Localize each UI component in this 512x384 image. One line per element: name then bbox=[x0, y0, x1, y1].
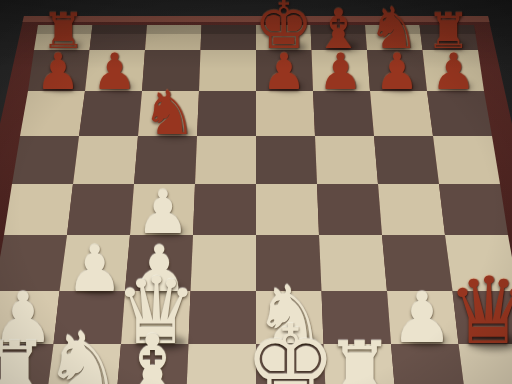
piece-white-rook-f1[interactable]: ♜ bbox=[325, 332, 394, 384]
piece-black-queen-h2[interactable]: ♛ bbox=[447, 265, 512, 357]
piece-white-king-e1[interactable]: ♚ bbox=[244, 311, 336, 384]
piece-black-knight-c6[interactable]: ♞ bbox=[142, 83, 197, 144]
piece-black-pawn-a7[interactable]: ♟ bbox=[36, 47, 81, 97]
piece-black-pawn-f7[interactable]: ♟ bbox=[318, 47, 363, 97]
piece-white-rook-a1[interactable]: ♜ bbox=[0, 332, 49, 384]
piece-black-pawn-g7[interactable]: ♟ bbox=[375, 47, 420, 97]
piece-white-pawn-g2[interactable]: ♟ bbox=[391, 283, 454, 353]
piece-black-pawn-e7[interactable]: ♟ bbox=[262, 47, 307, 97]
piece-white-knight-b1[interactable]: ♞ bbox=[43, 321, 123, 384]
chess-app-window: ♜♚♝♞♜♟♟♟♟♟♟♞♟♟♟♟♛♞♟♛♜♞♝♚♜ bbox=[0, 0, 512, 384]
pieces-layer: ♜♚♝♞♜♟♟♟♟♟♟♞♟♟♟♟♛♞♟♛♜♞♝♚♜ bbox=[0, 0, 512, 384]
piece-white-bishop-c1[interactable]: ♝ bbox=[114, 324, 191, 384]
piece-black-pawn-b7[interactable]: ♟ bbox=[92, 47, 137, 97]
piece-black-pawn-h7[interactable]: ♟ bbox=[431, 47, 476, 97]
